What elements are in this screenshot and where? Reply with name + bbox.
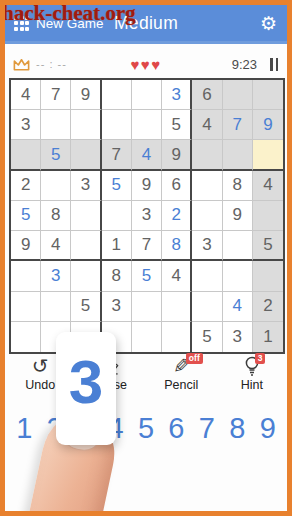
numpad-8[interactable]: 8 <box>229 408 245 448</box>
pause-button[interactable] <box>268 56 280 73</box>
cell-r8c3[interactable]: 5 <box>71 292 101 322</box>
timer-group: 9:23 <box>232 56 280 73</box>
cell-r8c1[interactable] <box>11 292 41 322</box>
cell-r6c9[interactable]: 5 <box>253 231 283 261</box>
cell-r2c6[interactable]: 5 <box>162 110 192 140</box>
cell-r5c3[interactable] <box>71 201 101 231</box>
cell-r3c4[interactable]: 7 <box>102 140 132 170</box>
cell-r6c2[interactable]: 4 <box>41 231 71 261</box>
app-screen: New Game Medium ⚙ hack-cheat.org -- : --… <box>0 0 292 516</box>
cell-r2c4[interactable] <box>102 110 132 140</box>
status-bar: -- : -- ♥♥♥ 9:23 <box>12 52 280 76</box>
numpad-1[interactable]: 1 <box>16 408 32 448</box>
cell-r3c2[interactable]: 5 <box>41 140 71 170</box>
cell-r8c2[interactable] <box>41 292 71 322</box>
cell-r6c3[interactable] <box>71 231 101 261</box>
cell-r4c6[interactable]: 6 <box>162 171 192 201</box>
cell-r8c9[interactable]: 2 <box>253 292 283 322</box>
cell-r6c7[interactable]: 3 <box>192 231 222 261</box>
cell-r4c3[interactable]: 3 <box>71 171 101 201</box>
controls-row: ↺ Undo Erase ✎off Pencil 3 Hint <box>5 355 287 399</box>
cell-r1c1[interactable]: 4 <box>11 80 41 110</box>
cell-r1c8[interactable] <box>223 80 253 110</box>
cell-r3c5[interactable]: 4 <box>132 140 162 170</box>
cell-r8c7[interactable] <box>192 292 222 322</box>
cell-r5c9[interactable] <box>253 201 283 231</box>
cell-r1c9[interactable] <box>253 80 283 110</box>
cell-r2c3[interactable] <box>71 110 101 140</box>
hint-badge: 3 <box>255 353 266 364</box>
pencil-badge: off <box>186 353 203 364</box>
cell-r7c5[interactable]: 5 <box>132 261 162 291</box>
cell-r6c8[interactable] <box>223 231 253 261</box>
timer-value: 9:23 <box>232 57 257 72</box>
cell-r1c3[interactable]: 9 <box>71 80 101 110</box>
heart-icon: ♥ <box>151 56 161 73</box>
cell-r7c6[interactable]: 4 <box>162 261 192 291</box>
watermark: hack-cheat.org <box>2 1 136 26</box>
numpad-6[interactable]: 6 <box>168 408 184 448</box>
cell-r5c7[interactable] <box>192 201 222 231</box>
cell-r3c8[interactable] <box>223 140 253 170</box>
cell-r7c1[interactable] <box>11 261 41 291</box>
cell-r9c1[interactable] <box>11 322 41 352</box>
cell-r9c7[interactable]: 5 <box>192 322 222 352</box>
cell-r1c6[interactable]: 3 <box>162 80 192 110</box>
cell-r9c6[interactable] <box>162 322 192 352</box>
cell-r1c2[interactable]: 7 <box>41 80 71 110</box>
cell-r3c9[interactable] <box>253 140 283 170</box>
cell-r7c2[interactable]: 3 <box>41 261 71 291</box>
cell-r8c6[interactable] <box>162 292 192 322</box>
cell-r2c5[interactable] <box>132 110 162 140</box>
sudoku-board: 4793635479574923596845832994178353854534… <box>9 78 285 354</box>
pressed-number-value: 3 <box>69 344 103 420</box>
cell-r5c5[interactable]: 3 <box>132 201 162 231</box>
cell-r5c6[interactable]: 2 <box>162 201 192 231</box>
cell-r2c2[interactable] <box>41 110 71 140</box>
cell-r3c7[interactable] <box>192 140 222 170</box>
numpad-7[interactable]: 7 <box>199 408 215 448</box>
heart-icon: ♥ <box>141 56 151 73</box>
cell-r5c4[interactable] <box>102 201 132 231</box>
cell-r9c9[interactable]: 1 <box>253 322 283 352</box>
cell-r5c8[interactable]: 9 <box>223 201 253 231</box>
cell-r7c3[interactable] <box>71 261 101 291</box>
best-score-group: -- : -- <box>12 57 67 72</box>
cell-r4c4[interactable]: 5 <box>102 171 132 201</box>
cell-r5c2[interactable]: 8 <box>41 201 71 231</box>
cell-r1c4[interactable] <box>102 80 132 110</box>
cell-r8c4[interactable]: 3 <box>102 292 132 322</box>
heart-icon: ♥ <box>130 56 140 73</box>
cell-r6c6[interactable]: 8 <box>162 231 192 261</box>
crown-icon <box>12 57 31 72</box>
cell-r1c5[interactable] <box>132 80 162 110</box>
pencil-label: Pencil <box>164 378 198 392</box>
cell-r7c8[interactable] <box>223 261 253 291</box>
undo-icon: ↺ <box>32 355 49 377</box>
cell-r3c3[interactable] <box>71 140 101 170</box>
cell-r8c8[interactable]: 4 <box>223 292 253 322</box>
settings-gear-icon[interactable]: ⚙ <box>260 14 277 33</box>
cell-r2c9[interactable]: 9 <box>253 110 283 140</box>
cell-r4c5[interactable]: 9 <box>132 171 162 201</box>
numpad-9[interactable]: 9 <box>260 408 276 448</box>
cell-r2c8[interactable]: 7 <box>223 110 253 140</box>
pencil-icon: ✎off <box>173 355 190 377</box>
hint-label: Hint <box>241 378 263 392</box>
cell-r4c2[interactable] <box>41 171 71 201</box>
cell-r7c4[interactable]: 8 <box>102 261 132 291</box>
cell-r1c7[interactable]: 6 <box>192 80 222 110</box>
hint-button[interactable]: 3 Hint <box>217 355 288 399</box>
pencil-button[interactable]: ✎off Pencil <box>146 355 217 399</box>
cell-r8c5[interactable] <box>132 292 162 322</box>
cell-r4c8[interactable]: 8 <box>223 171 253 201</box>
cell-r2c7[interactable]: 4 <box>192 110 222 140</box>
cell-r3c1[interactable] <box>11 140 41 170</box>
cell-r5c1[interactable]: 5 <box>11 201 41 231</box>
cell-r4c1[interactable]: 2 <box>11 171 41 201</box>
cell-r6c5[interactable]: 7 <box>132 231 162 261</box>
cell-r7c7[interactable] <box>192 261 222 291</box>
cell-r9c5[interactable] <box>132 322 162 352</box>
pressed-number-popup: 3 <box>56 332 116 445</box>
numpad-5[interactable]: 5 <box>138 408 154 448</box>
cell-r6c4[interactable]: 1 <box>102 231 132 261</box>
hint-bulb-icon: 3 <box>242 355 262 377</box>
cell-r9c8[interactable]: 3 <box>223 322 253 352</box>
best-time-label: -- : -- <box>36 58 67 70</box>
cell-r4c9[interactable]: 4 <box>253 171 283 201</box>
cell-r7c9[interactable] <box>253 261 283 291</box>
cell-r3c6[interactable]: 9 <box>162 140 192 170</box>
cell-r2c1[interactable]: 3 <box>11 110 41 140</box>
cell-r4c7[interactable] <box>192 171 222 201</box>
undo-label: Undo <box>25 378 55 392</box>
cell-r6c1[interactable]: 9 <box>11 231 41 261</box>
